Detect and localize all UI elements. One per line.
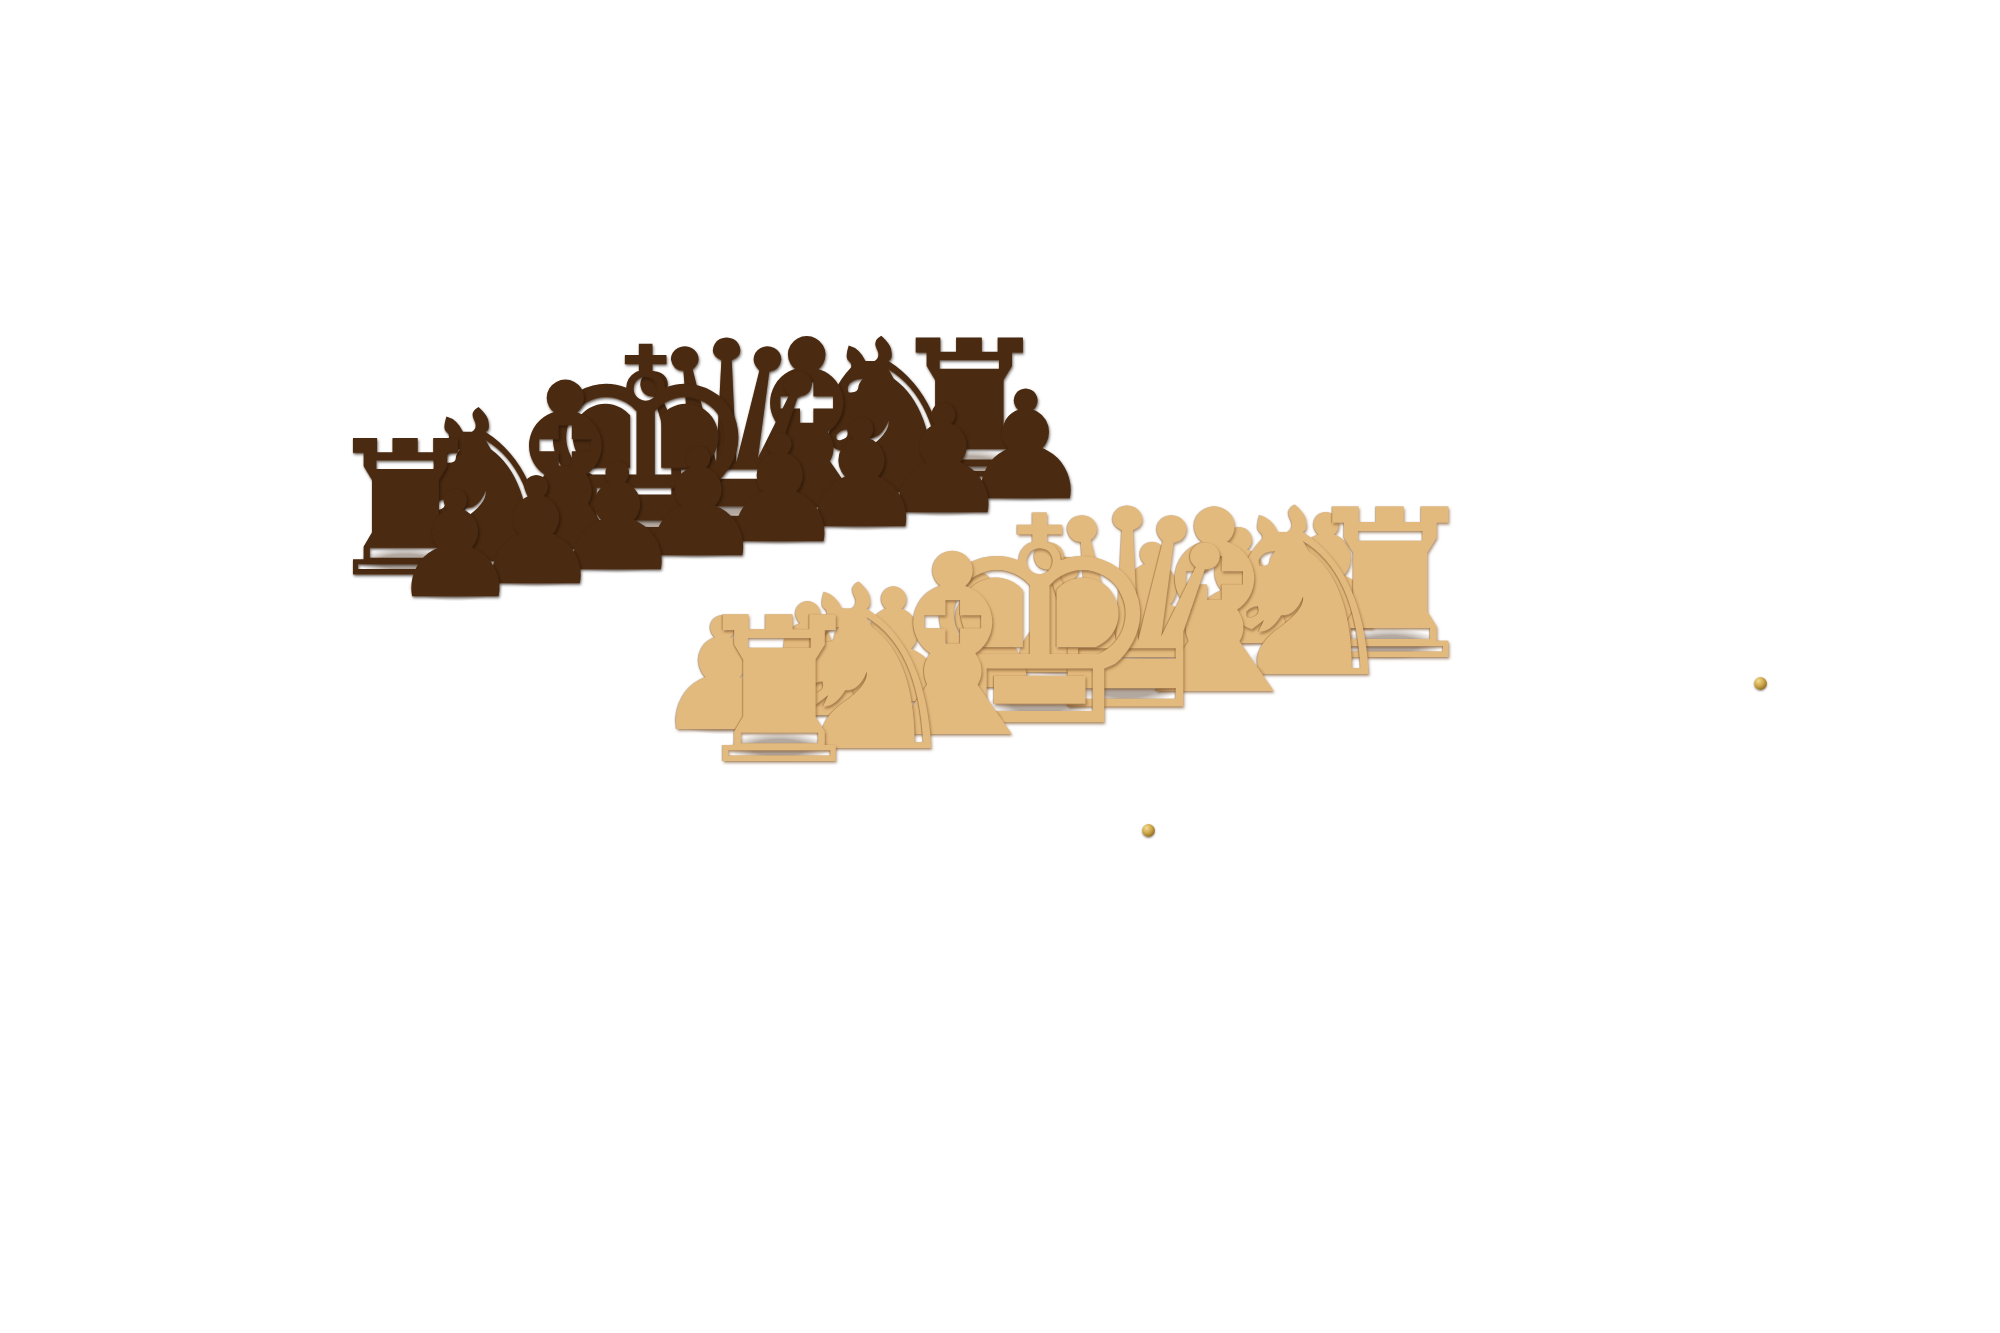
rank-label-3-left: 3 <box>550 685 652 721</box>
corner-medallion-carving <box>155 529 269 564</box>
chess-board-photo: ABCDEFGH ABCDEFGH 87654321 87654321 ♜♞♝♚… <box>0 0 2000 1333</box>
brass-pin-near-rim <box>1142 824 1155 837</box>
rank-label-4-left: 4 <box>497 659 598 694</box>
piece-light-rook-a1[interactable]: ♜ <box>689 591 869 792</box>
brass-pin-right-rim <box>1754 677 1767 690</box>
piece-dark-pawn-a7[interactable]: ♟ <box>390 472 522 619</box>
rank-label-5-left: 5 <box>445 632 544 666</box>
corner-medallion-carving <box>1554 644 1699 684</box>
